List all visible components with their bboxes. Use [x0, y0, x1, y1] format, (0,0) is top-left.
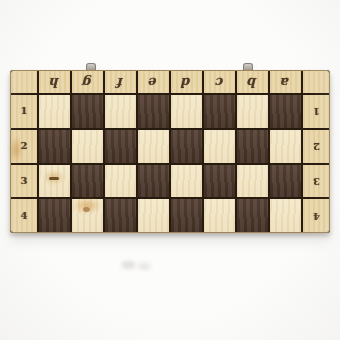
file-label-a: a — [281, 76, 289, 89]
file-label-g: g — [83, 76, 92, 89]
file-label-d: d — [182, 76, 191, 89]
square-e3 — [138, 165, 169, 198]
board-grid: h g f e d c b a 1 1 2 — [10, 70, 330, 233]
square-h3 — [39, 165, 70, 198]
rank-label-right-4: 4 — [303, 199, 329, 232]
square-b4 — [237, 199, 268, 232]
square-d3 — [171, 165, 202, 198]
square-e1 — [138, 95, 169, 128]
rank-label: 2 — [21, 141, 28, 151]
square-b2 — [237, 130, 268, 163]
rank-label-right-2: 2 — [303, 130, 329, 163]
square-h1 — [39, 95, 70, 128]
square-f2 — [105, 130, 136, 163]
file-label-f: f — [118, 76, 124, 89]
rank-label-left-4: 4 — [11, 199, 37, 232]
file-label-cell-d: d — [171, 71, 202, 93]
floor-smudge — [138, 263, 151, 270]
square-c3 — [204, 165, 235, 198]
square-g1 — [72, 95, 103, 128]
file-label-cell-b: b — [237, 71, 268, 93]
rank-label: 1 — [21, 106, 28, 116]
floor-smudge — [121, 261, 136, 269]
square-b1 — [237, 95, 268, 128]
file-label-h: h — [50, 76, 59, 89]
rank-label-left-3: 3 — [11, 165, 37, 198]
square-b3 — [237, 165, 268, 198]
file-label-cell-a: a — [270, 71, 301, 93]
square-g2 — [72, 130, 103, 163]
rank-label-left-2: 2 — [11, 130, 37, 163]
square-e2 — [138, 130, 169, 163]
square-h2 — [39, 130, 70, 163]
rank-label: 1 — [313, 106, 320, 116]
file-label-c: c — [216, 76, 224, 89]
rank-label: 2 — [313, 141, 320, 151]
square-g3 — [72, 165, 103, 198]
photo-background: h g f e d c b a 1 1 2 — [0, 0, 340, 340]
square-a4 — [270, 199, 301, 232]
file-label-cell-c: c — [204, 71, 235, 93]
square-c2 — [204, 130, 235, 163]
rank-label-right-3: 3 — [303, 165, 329, 198]
file-label-b: b — [248, 76, 257, 89]
corner-cell-left — [11, 71, 37, 93]
square-a3 — [270, 165, 301, 198]
rank-label: 3 — [313, 176, 320, 186]
square-d4 — [171, 199, 202, 232]
square-f1 — [105, 95, 136, 128]
file-label-cell-h: h — [39, 71, 70, 93]
rank-label: 4 — [313, 211, 320, 221]
square-g4 — [72, 199, 103, 232]
square-f3 — [105, 165, 136, 198]
rank-label-left-1: 1 — [11, 95, 37, 128]
chess-board: h g f e d c b a 1 1 2 — [10, 70, 330, 233]
square-f4 — [105, 199, 136, 232]
square-a2 — [270, 130, 301, 163]
square-d1 — [171, 95, 202, 128]
file-label-cell-f: f — [105, 71, 136, 93]
rank-label-right-1: 1 — [303, 95, 329, 128]
file-label-e: e — [149, 76, 157, 89]
square-c1 — [204, 95, 235, 128]
rank-label: 3 — [21, 176, 28, 186]
square-h4 — [39, 199, 70, 232]
file-label-cell-g: g — [72, 71, 103, 93]
square-d2 — [171, 130, 202, 163]
rank-label: 4 — [21, 211, 28, 221]
corner-cell-right — [303, 71, 329, 93]
square-c4 — [204, 199, 235, 232]
square-a1 — [270, 95, 301, 128]
file-label-cell-e: e — [138, 71, 169, 93]
square-e4 — [138, 199, 169, 232]
